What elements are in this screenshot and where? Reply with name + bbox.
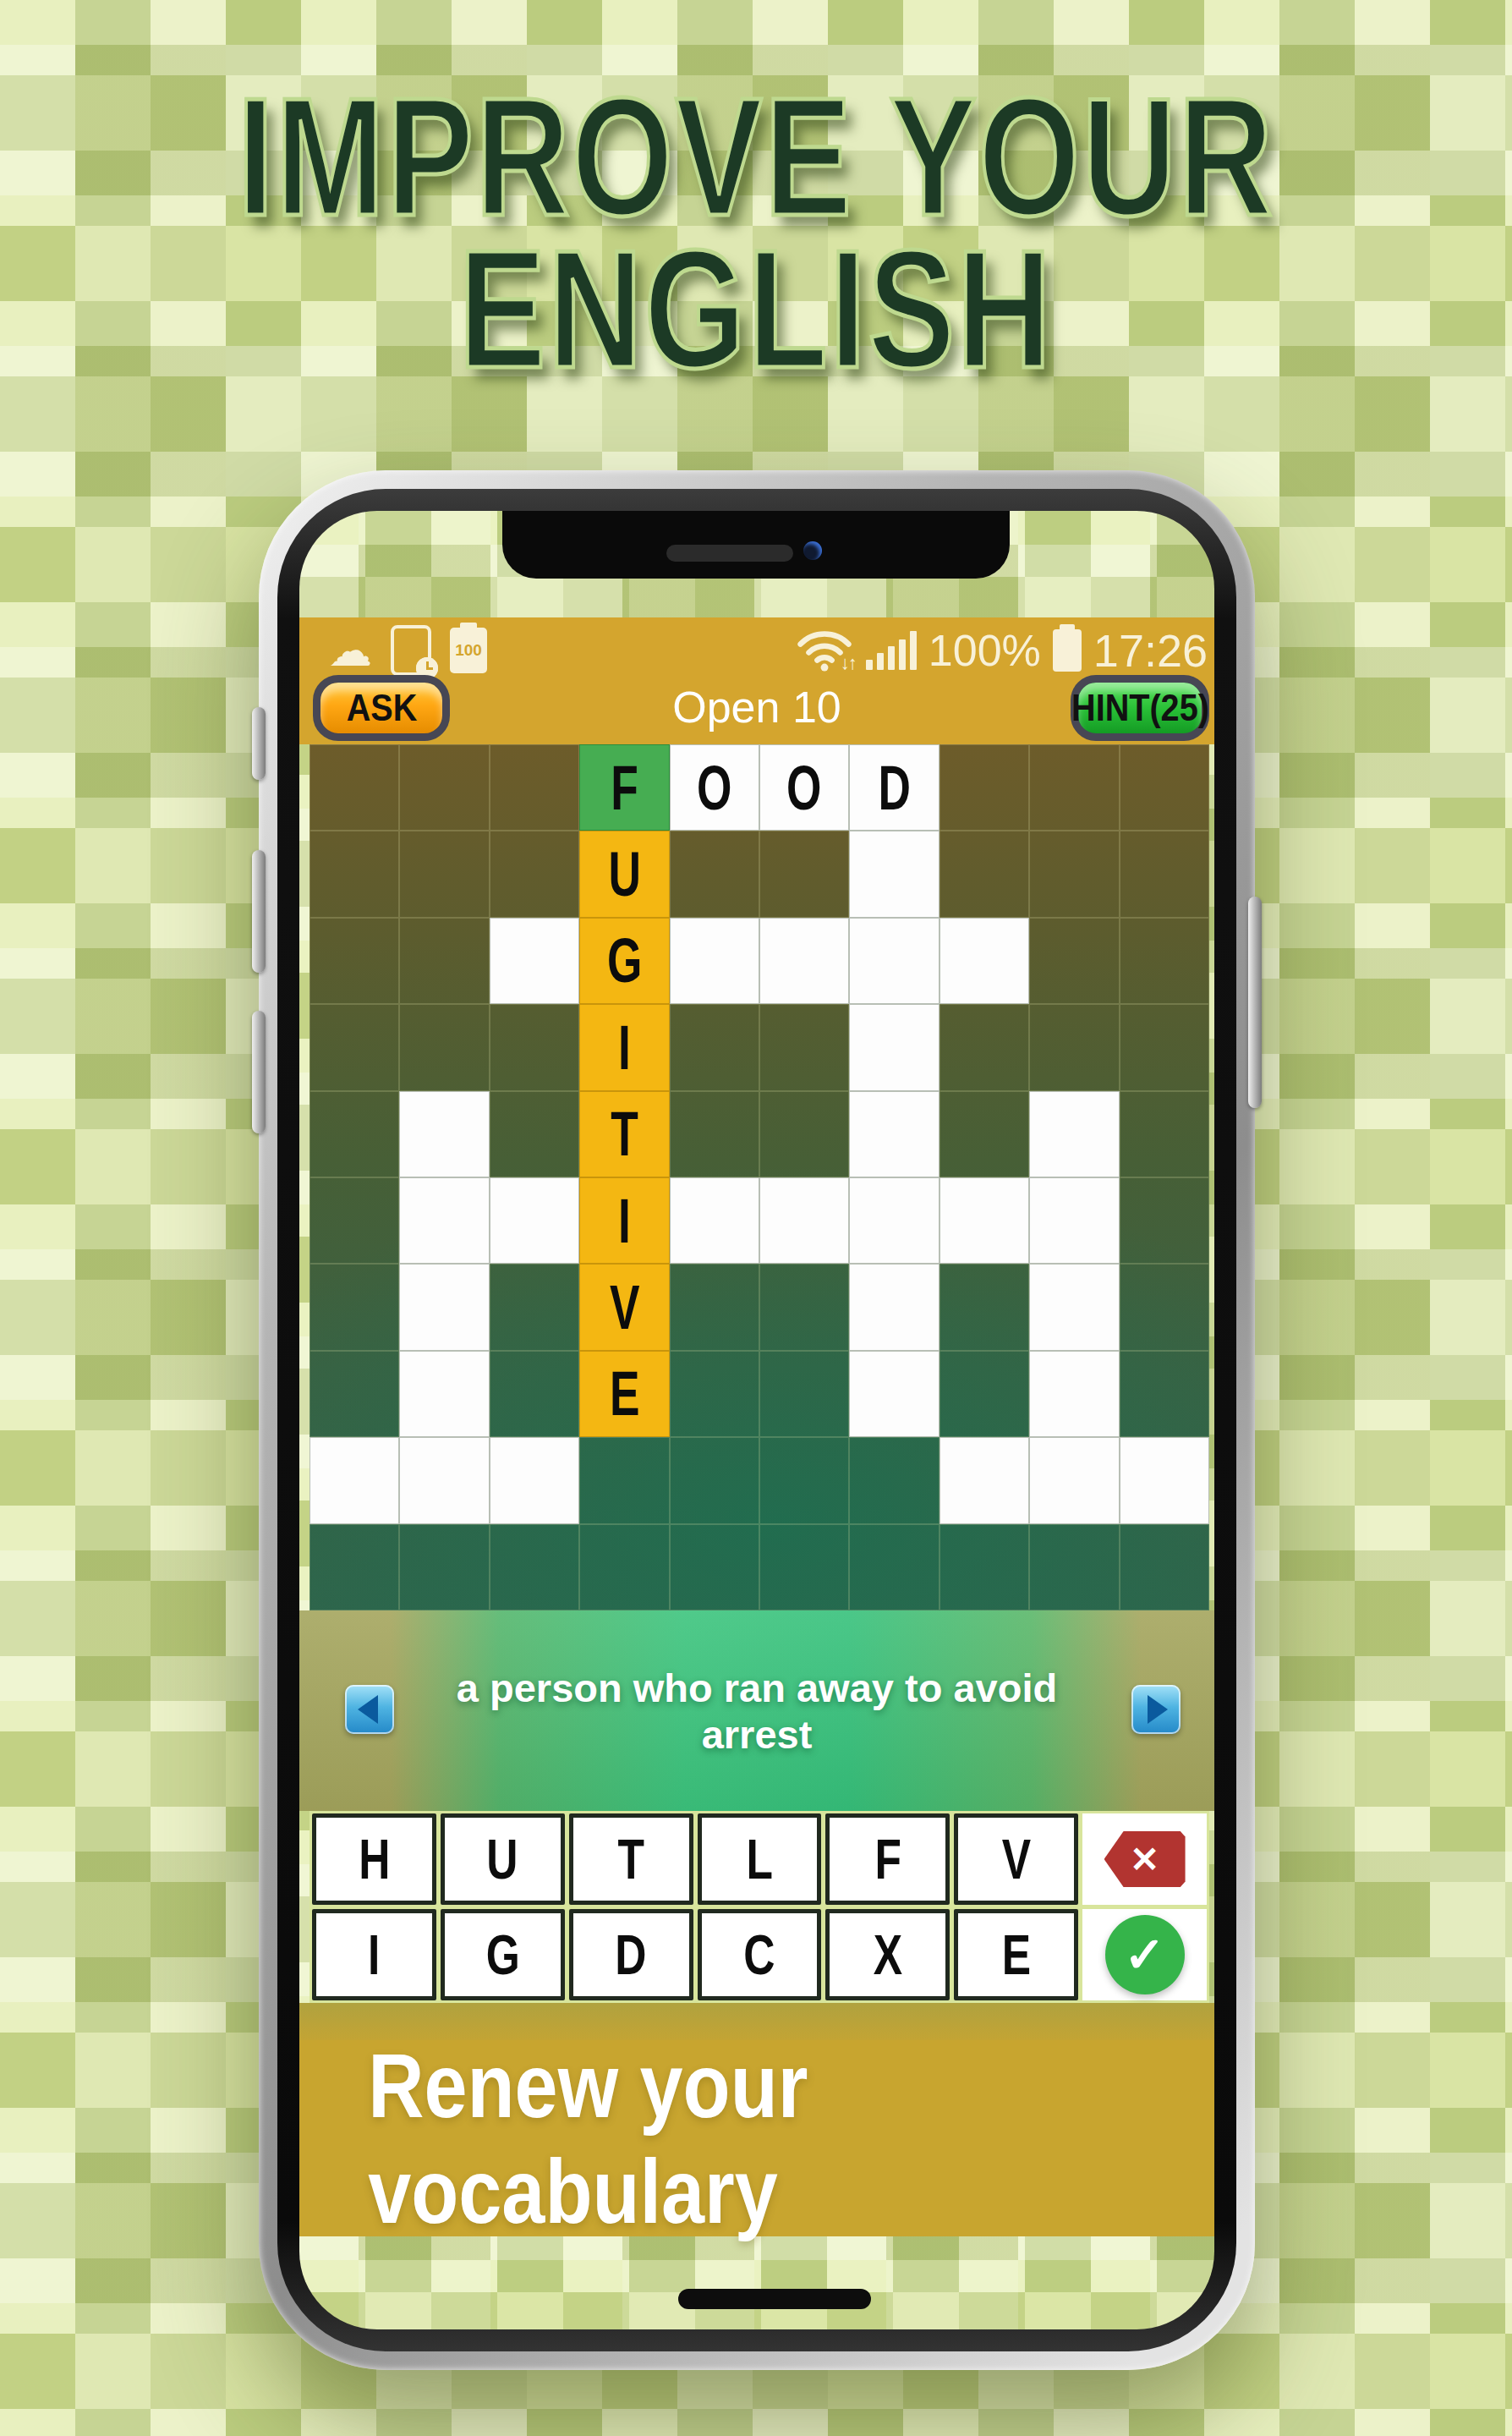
promo-banner-text: Renew your vocabulary bbox=[368, 2033, 1146, 2244]
grid-cell[interactable]: I bbox=[579, 1004, 669, 1090]
battery-percent: 100% bbox=[929, 625, 1041, 676]
grid-cell[interactable] bbox=[849, 1264, 939, 1350]
speaker-slot bbox=[666, 545, 793, 562]
grid-cell bbox=[670, 1524, 759, 1610]
backspace-button[interactable]: ✕ bbox=[1082, 1813, 1207, 1905]
clue-bar: a person who ran away to avoid arrest bbox=[299, 1610, 1214, 1811]
battery-icon bbox=[1053, 629, 1082, 672]
grid-cell bbox=[940, 1351, 1029, 1437]
grid-cell bbox=[399, 831, 489, 917]
grid-cell bbox=[759, 1437, 849, 1523]
grid-cell bbox=[670, 1351, 759, 1437]
grid-cell bbox=[849, 1437, 939, 1523]
status-right-icons: ↓↑ 100% 17:26 bbox=[795, 626, 1208, 675]
grid-cell[interactable] bbox=[670, 1177, 759, 1264]
grid-cell bbox=[670, 1004, 759, 1090]
grid-cell[interactable] bbox=[1029, 1264, 1119, 1350]
prev-icon bbox=[358, 1695, 378, 1724]
ask-button[interactable]: ASK bbox=[313, 675, 450, 741]
grid-cell bbox=[1120, 1177, 1209, 1264]
clock-time: 17:26 bbox=[1093, 624, 1208, 677]
grid-cell bbox=[1120, 1091, 1209, 1177]
screen-share-icon bbox=[391, 625, 431, 676]
grid-cell[interactable]: F bbox=[579, 744, 669, 831]
key-e[interactable]: E bbox=[954, 1909, 1078, 2000]
grid-cell[interactable] bbox=[399, 1091, 489, 1177]
front-camera bbox=[803, 541, 822, 560]
grid-cell bbox=[759, 1091, 849, 1177]
grid-cell[interactable]: D bbox=[849, 744, 939, 831]
next-icon bbox=[1148, 1695, 1168, 1724]
grid-cell bbox=[490, 1091, 579, 1177]
grid-cell[interactable] bbox=[399, 1437, 489, 1523]
grid-cell[interactable] bbox=[1029, 1437, 1119, 1523]
grid-cell[interactable] bbox=[399, 1351, 489, 1437]
signal-bars-icon bbox=[866, 631, 917, 670]
check-icon: ✓ bbox=[1105, 1915, 1185, 1994]
status-left-icons: ☁ 100 bbox=[328, 626, 487, 675]
key-x[interactable]: X bbox=[825, 1909, 950, 2000]
grid-cell[interactable]: T bbox=[579, 1091, 669, 1177]
grid-cell[interactable] bbox=[759, 1177, 849, 1264]
grid-cell bbox=[310, 1351, 399, 1437]
mute-switch bbox=[252, 707, 266, 780]
grid-cell[interactable] bbox=[849, 1177, 939, 1264]
grid-cell bbox=[670, 831, 759, 917]
grid-cell[interactable] bbox=[490, 918, 579, 1004]
status-bar: ☁ 100 ↓↑ bbox=[299, 626, 1214, 675]
grid-cell bbox=[670, 1437, 759, 1523]
key-t[interactable]: T bbox=[569, 1813, 693, 1905]
keyboard: HUTLFV✕IGDCXE✓ bbox=[310, 1811, 1209, 2003]
volume-down-button bbox=[252, 1011, 266, 1133]
grid-cell bbox=[490, 744, 579, 831]
grid-cell bbox=[399, 1524, 489, 1610]
app-top-bar: ☁ 100 ↓↑ bbox=[299, 617, 1214, 744]
key-u[interactable]: U bbox=[441, 1813, 565, 1905]
promo-banner: Renew your vocabulary bbox=[299, 2040, 1214, 2236]
grid-cell bbox=[490, 1264, 579, 1350]
battery-saver-icon: 100 bbox=[450, 628, 487, 673]
grid-cell[interactable]: O bbox=[759, 744, 849, 831]
grid-cell bbox=[490, 831, 579, 917]
grid-cell bbox=[759, 831, 849, 917]
grid-cell bbox=[310, 1091, 399, 1177]
grid-cell bbox=[1120, 744, 1209, 831]
page-title: IMPROVE YOUR ENGLISH bbox=[0, 81, 1512, 386]
power-button bbox=[1248, 897, 1262, 1108]
grid-cell bbox=[579, 1437, 669, 1523]
grid-cell[interactable] bbox=[849, 831, 939, 917]
grid-cell bbox=[670, 1091, 759, 1177]
grid-cell[interactable]: E bbox=[579, 1351, 669, 1437]
grid-cell bbox=[310, 831, 399, 917]
grid-cell[interactable] bbox=[849, 1351, 939, 1437]
grid-cell[interactable]: I bbox=[579, 1177, 669, 1264]
phone-mockup: ☁ 100 ↓↑ bbox=[259, 470, 1255, 2370]
board: FOODUGITIVE bbox=[310, 744, 1209, 1610]
cloud-icon: ☁ bbox=[328, 628, 372, 672]
grid-cell[interactable] bbox=[849, 1091, 939, 1177]
grid-cell bbox=[1029, 1004, 1119, 1090]
page-title-line2: ENGLISH bbox=[167, 233, 1346, 386]
grid-cell[interactable] bbox=[490, 1437, 579, 1523]
grid-cell bbox=[940, 1004, 1029, 1090]
grid-cell bbox=[310, 744, 399, 831]
grid-cell[interactable] bbox=[1120, 1437, 1209, 1523]
grid-cell[interactable]: V bbox=[579, 1264, 669, 1350]
volume-up-button bbox=[252, 850, 266, 973]
grid-cell bbox=[399, 1004, 489, 1090]
clue-next-button[interactable] bbox=[1131, 1685, 1181, 1734]
clue-text: a person who ran away to avoid arrest bbox=[409, 1610, 1104, 1811]
grid-cell[interactable] bbox=[1029, 1351, 1119, 1437]
grid-cell[interactable]: U bbox=[579, 831, 669, 917]
grid-cell bbox=[490, 1524, 579, 1610]
key-v[interactable]: V bbox=[954, 1813, 1078, 1905]
key-f[interactable]: F bbox=[825, 1813, 950, 1905]
grid-cell[interactable]: O bbox=[670, 744, 759, 831]
grid-cell bbox=[1029, 831, 1119, 917]
grid-cell bbox=[940, 1264, 1029, 1350]
grid-cell bbox=[940, 1091, 1029, 1177]
grid-cell bbox=[1120, 1524, 1209, 1610]
grid-cell bbox=[310, 1524, 399, 1610]
grid-cell bbox=[1120, 1264, 1209, 1350]
grid-cell bbox=[310, 1264, 399, 1350]
grid-cell bbox=[399, 918, 489, 1004]
grid-cell bbox=[759, 1264, 849, 1350]
grid-cell bbox=[1029, 918, 1119, 1004]
grid-cell[interactable] bbox=[670, 918, 759, 1004]
confirm-button[interactable]: ✓ bbox=[1082, 1909, 1207, 2000]
grid-cell bbox=[490, 1351, 579, 1437]
grid-cell bbox=[310, 1177, 399, 1264]
grid-cell bbox=[310, 918, 399, 1004]
grid-cell bbox=[940, 744, 1029, 831]
game-header: Open 10 ASK HINT(25) bbox=[299, 675, 1214, 744]
grid-cell bbox=[1029, 1524, 1119, 1610]
phone-screen: ☁ 100 ↓↑ bbox=[299, 511, 1214, 2329]
grid-cell[interactable] bbox=[759, 918, 849, 1004]
hint-button[interactable]: HINT(25) bbox=[1071, 675, 1209, 741]
phone-notch bbox=[502, 511, 1010, 579]
key-l[interactable]: L bbox=[698, 1813, 822, 1905]
key-h[interactable]: H bbox=[312, 1813, 436, 1905]
grid-cell bbox=[940, 1524, 1029, 1610]
grid-cell[interactable] bbox=[1029, 1091, 1119, 1177]
grid-cell[interactable] bbox=[940, 918, 1029, 1004]
grid-cell[interactable] bbox=[310, 1437, 399, 1523]
key-d[interactable]: D bbox=[569, 1909, 693, 2000]
grid-cell[interactable] bbox=[399, 1177, 489, 1264]
grid-cell bbox=[1120, 1004, 1209, 1090]
key-i[interactable]: I bbox=[312, 1909, 436, 2000]
key-c[interactable]: C bbox=[698, 1909, 822, 2000]
backspace-icon: ✕ bbox=[1104, 1831, 1186, 1887]
grid-cell bbox=[1120, 918, 1209, 1004]
home-indicator bbox=[678, 2289, 871, 2309]
grid-cell bbox=[670, 1264, 759, 1350]
wifi-traffic-arrows: ↓↑ bbox=[841, 652, 856, 674]
grid-cell[interactable] bbox=[490, 1177, 579, 1264]
grid-cell[interactable] bbox=[1029, 1177, 1119, 1264]
clue-prev-button[interactable] bbox=[345, 1685, 394, 1734]
grid-cell bbox=[1120, 1351, 1209, 1437]
grid-cell bbox=[759, 1524, 849, 1610]
grid-cell bbox=[1029, 744, 1119, 831]
grid-cell[interactable]: G bbox=[579, 918, 669, 1004]
grid-cell[interactable] bbox=[849, 918, 939, 1004]
grid-cell bbox=[1120, 831, 1209, 917]
grid-cell bbox=[940, 831, 1029, 917]
grid-cell[interactable] bbox=[940, 1177, 1029, 1264]
grid-cell bbox=[579, 1524, 669, 1610]
wifi-icon: ↓↑ bbox=[795, 628, 854, 672]
grid-cell[interactable] bbox=[399, 1264, 489, 1350]
grid-cell bbox=[849, 1524, 939, 1610]
grid-cell[interactable] bbox=[849, 1004, 939, 1090]
page-title-line1: IMPROVE YOUR bbox=[167, 81, 1346, 233]
grid-cell bbox=[490, 1004, 579, 1090]
key-g[interactable]: G bbox=[441, 1909, 565, 2000]
grid-cell bbox=[759, 1004, 849, 1090]
grid-cell bbox=[759, 1351, 849, 1437]
grid-cell bbox=[310, 1004, 399, 1090]
grid-cell[interactable] bbox=[940, 1437, 1029, 1523]
grid-cell bbox=[399, 744, 489, 831]
